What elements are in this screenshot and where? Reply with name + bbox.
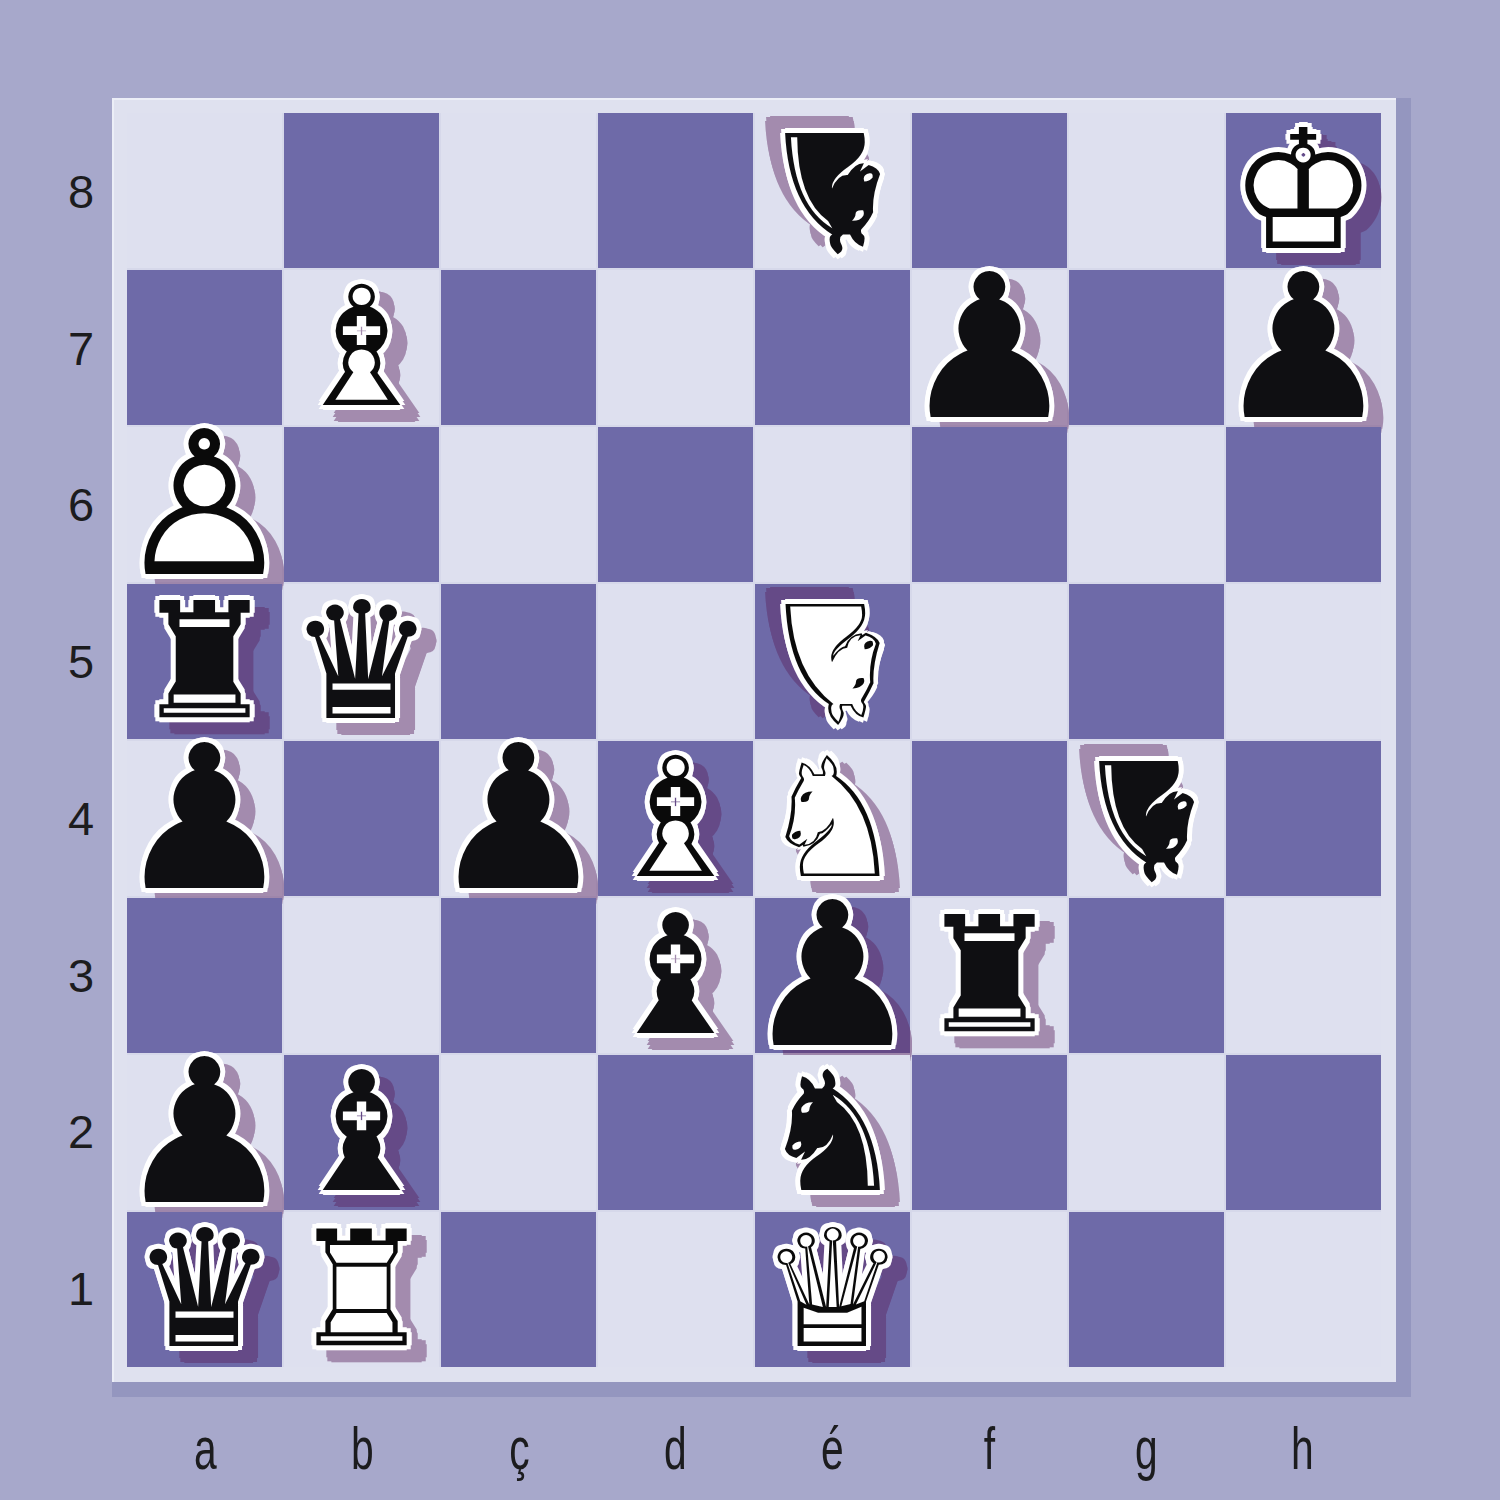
- black-knight-e2[interactable]: ♞: [755, 1055, 910, 1210]
- white-queen-e1[interactable]: ♛♕: [755, 1212, 910, 1367]
- white-pawn-a6[interactable]: ♟♙: [127, 427, 282, 582]
- black-bishop-d3[interactable]: ♝: [598, 898, 753, 1053]
- square-g4[interactable]: ♞: [1069, 741, 1224, 896]
- square-f6[interactable]: [912, 427, 1067, 582]
- square-e3[interactable]: ♟: [755, 898, 910, 1053]
- white-bishop-outline-icon: ♗: [284, 270, 439, 425]
- black-knight-icon: ♞: [1069, 741, 1224, 896]
- black-knight-icon: ♞: [755, 1055, 910, 1210]
- black-rook-f3[interactable]: ♜: [912, 898, 1067, 1053]
- square-e7[interactable]: [755, 270, 910, 425]
- square-f1[interactable]: [912, 1212, 1067, 1367]
- square-d5[interactable]: [598, 584, 753, 739]
- square-f3[interactable]: ♜: [912, 898, 1067, 1053]
- file-label-b: b: [309, 1402, 416, 1494]
- square-c7[interactable]: [441, 270, 596, 425]
- square-g2[interactable]: [1069, 1055, 1224, 1210]
- square-e2[interactable]: ♞: [755, 1055, 910, 1210]
- white-bishop-outline-icon: ♗: [598, 741, 753, 896]
- black-pawn-a2[interactable]: ♟: [127, 1055, 282, 1210]
- square-h5[interactable]: [1226, 584, 1381, 739]
- rank-label-5: 5: [50, 583, 112, 740]
- black-pawn-icon: ♟: [127, 741, 282, 896]
- square-a2[interactable]: ♟: [127, 1055, 282, 1210]
- black-bishop-b2[interactable]: ♝: [284, 1055, 439, 1210]
- rank-label-7: 7: [50, 270, 112, 427]
- rank-label-3: 3: [50, 897, 112, 1054]
- white-pawn-outline-icon: ♙: [127, 427, 282, 582]
- square-b4[interactable]: [284, 741, 439, 896]
- black-rook-icon: ♜: [912, 898, 1067, 1053]
- rank-labels: 87654321: [50, 113, 112, 1367]
- square-h1[interactable]: [1226, 1212, 1381, 1367]
- rank-label-2: 2: [50, 1054, 112, 1211]
- square-g6[interactable]: [1069, 427, 1224, 582]
- file-label-c: ç: [466, 1402, 573, 1494]
- square-b7[interactable]: ♝♗: [284, 270, 439, 425]
- black-pawn-icon: ♟: [1226, 270, 1381, 425]
- file-label-e: é: [779, 1402, 886, 1494]
- square-e6[interactable]: [755, 427, 910, 582]
- square-d3[interactable]: ♝: [598, 898, 753, 1053]
- black-knight-g4[interactable]: ♞: [1069, 741, 1224, 896]
- file-label-g: g: [1093, 1402, 1200, 1494]
- white-knight-e5[interactable]: ♞♘: [755, 584, 910, 739]
- square-b5[interactable]: ♛: [284, 584, 439, 739]
- file-labels: abçdéfgh: [127, 1402, 1381, 1494]
- square-c3[interactable]: [441, 898, 596, 1053]
- square-e5[interactable]: ♞♘: [755, 584, 910, 739]
- square-c2[interactable]: [441, 1055, 596, 1210]
- black-pawn-a4[interactable]: ♟: [127, 741, 282, 896]
- square-f2[interactable]: [912, 1055, 1067, 1210]
- black-bishop-icon: ♝: [284, 1055, 439, 1210]
- file-label-h: h: [1249, 1402, 1356, 1494]
- black-pawn-icon: ♟: [441, 741, 596, 896]
- page-background: { "game": "chess", "position": "4n2K/1B3…: [0, 0, 1500, 1500]
- file-label-d: d: [622, 1402, 729, 1494]
- black-pawn-e3[interactable]: ♟: [755, 898, 910, 1053]
- square-f7[interactable]: ♟: [912, 270, 1067, 425]
- square-f5[interactable]: [912, 584, 1067, 739]
- rank-label-4: 4: [50, 740, 112, 897]
- square-d2[interactable]: [598, 1055, 753, 1210]
- square-h3[interactable]: [1226, 898, 1381, 1053]
- white-bishop-d4[interactable]: ♝♗: [598, 741, 753, 896]
- black-pawn-c4[interactable]: ♟: [441, 741, 596, 896]
- square-c4[interactable]: ♟: [441, 741, 596, 896]
- square-b6[interactable]: [284, 427, 439, 582]
- white-knight-outline-icon: ♘: [755, 584, 910, 739]
- white-queen-outline-icon: ♕: [755, 1212, 910, 1367]
- black-knight-icon: ♞: [755, 113, 910, 268]
- white-rook-outline-icon: ♖: [284, 1212, 439, 1367]
- black-pawn-icon: ♟: [912, 270, 1067, 425]
- square-b2[interactable]: ♝: [284, 1055, 439, 1210]
- square-g3[interactable]: [1069, 898, 1224, 1053]
- square-d4[interactable]: ♝♗: [598, 741, 753, 896]
- square-e8[interactable]: ♞: [755, 113, 910, 268]
- square-d7[interactable]: [598, 270, 753, 425]
- square-b3[interactable]: [284, 898, 439, 1053]
- square-c1[interactable]: [441, 1212, 596, 1367]
- black-queen-a1[interactable]: ♛: [127, 1212, 282, 1367]
- square-h7[interactable]: ♟: [1226, 270, 1381, 425]
- black-bishop-icon: ♝: [598, 898, 753, 1053]
- square-b1[interactable]: ♜♖: [284, 1212, 439, 1367]
- white-bishop-b7[interactable]: ♝♗: [284, 270, 439, 425]
- square-a1[interactable]: ♛: [127, 1212, 282, 1367]
- rank-label-1: 1: [50, 1210, 112, 1367]
- square-d1[interactable]: [598, 1212, 753, 1367]
- board-frame: ♞♚♔♝♗♟♟♟♙♜♛♞♘♟♟♝♗♞♘♞♝♟♜♟♝♞♛♜♖♛♕: [112, 98, 1411, 1397]
- rank-label-6: 6: [50, 427, 112, 584]
- file-label-f: f: [936, 1402, 1043, 1494]
- square-a4[interactable]: ♟: [127, 741, 282, 896]
- rank-label-8: 8: [50, 113, 112, 270]
- square-g5[interactable]: [1069, 584, 1224, 739]
- square-h6[interactable]: [1226, 427, 1381, 582]
- square-d6[interactable]: [598, 427, 753, 582]
- black-pawn-h7[interactable]: ♟: [1226, 270, 1381, 425]
- square-g1[interactable]: [1069, 1212, 1224, 1367]
- file-label-a: a: [152, 1402, 259, 1494]
- square-h4[interactable]: [1226, 741, 1381, 896]
- square-f4[interactable]: [912, 741, 1067, 896]
- white-rook-b1[interactable]: ♜♖: [284, 1212, 439, 1367]
- black-queen-icon: ♛: [127, 1212, 282, 1367]
- square-h2[interactable]: [1226, 1055, 1381, 1210]
- black-queen-icon: ♛: [284, 584, 439, 739]
- black-pawn-icon: ♟: [755, 898, 910, 1053]
- black-pawn-icon: ♟: [127, 1055, 282, 1210]
- chess-board[interactable]: ♞♚♔♝♗♟♟♟♙♜♛♞♘♟♟♝♗♞♘♞♝♟♜♟♝♞♛♜♖♛♕: [127, 113, 1381, 1367]
- square-c8[interactable]: [441, 113, 596, 268]
- black-queen-b5[interactable]: ♛: [284, 584, 439, 739]
- square-g7[interactable]: [1069, 270, 1224, 425]
- square-c6[interactable]: [441, 427, 596, 582]
- square-d8[interactable]: [598, 113, 753, 268]
- square-g8[interactable]: [1069, 113, 1224, 268]
- black-pawn-f7[interactable]: ♟: [912, 270, 1067, 425]
- square-b8[interactable]: [284, 113, 439, 268]
- square-a6[interactable]: ♟♙: [127, 427, 282, 582]
- black-knight-e8[interactable]: ♞: [755, 113, 910, 268]
- square-a8[interactable]: [127, 113, 282, 268]
- square-e1[interactable]: ♛♕: [755, 1212, 910, 1367]
